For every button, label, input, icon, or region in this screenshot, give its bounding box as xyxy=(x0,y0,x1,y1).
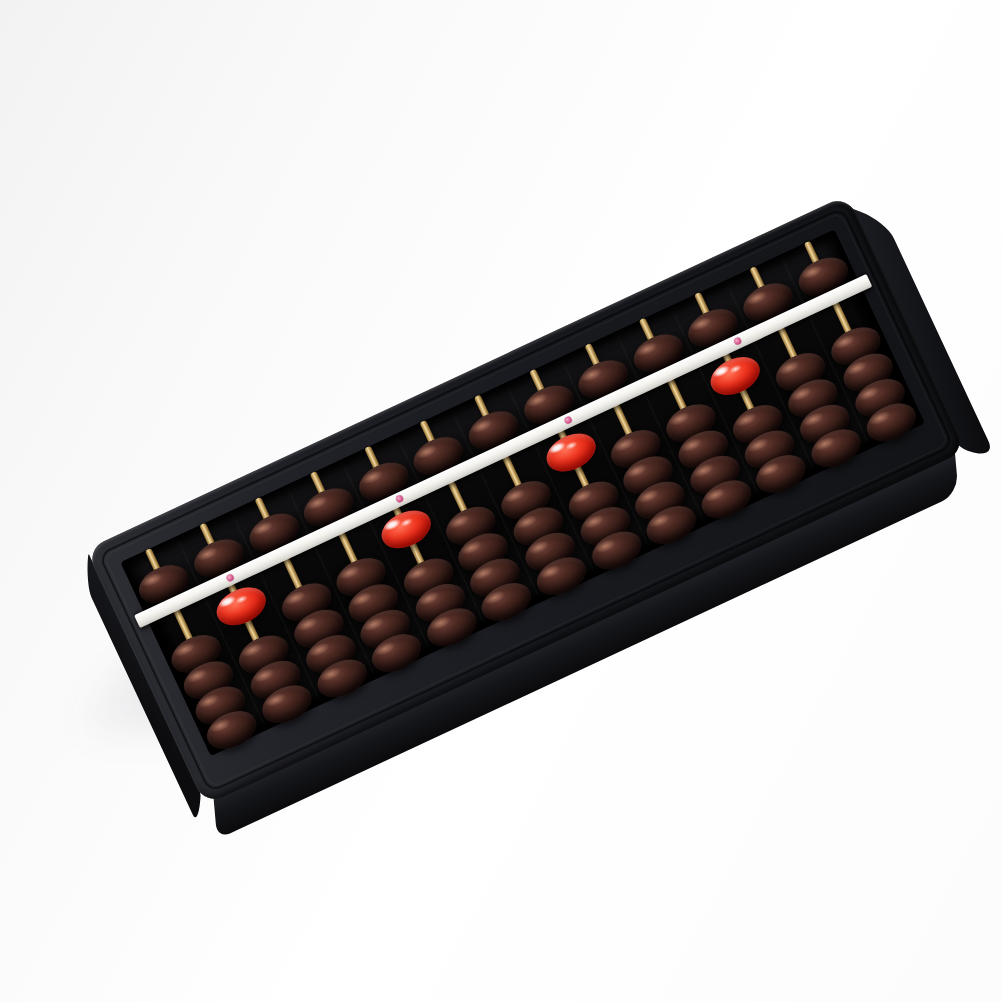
abacus-frame xyxy=(86,195,966,806)
abacus xyxy=(86,195,966,806)
photo-background xyxy=(0,0,1002,1002)
unit-dot xyxy=(395,494,404,503)
unit-dot xyxy=(564,415,573,424)
unit-dot xyxy=(733,337,742,346)
unit-dot xyxy=(226,573,235,582)
